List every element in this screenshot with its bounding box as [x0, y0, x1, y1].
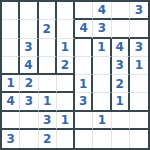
cell-r3c8[interactable]: 3	[130, 39, 148, 57]
cell-r7c5[interactable]	[75, 112, 93, 130]
given-digit: 4	[115, 41, 123, 53]
cell-r5c6[interactable]	[93, 75, 111, 93]
cell-r3c3[interactable]	[39, 39, 57, 57]
cell-r7c2[interactable]	[20, 112, 38, 130]
given-digit: 1	[61, 41, 69, 53]
cell-r8c8[interactable]	[130, 130, 148, 148]
cell-r2c1[interactable]	[2, 20, 20, 38]
given-digit: 1	[135, 59, 143, 71]
given-digit: 4	[6, 95, 14, 107]
cell-r4c7[interactable]: 3	[112, 57, 130, 75]
cell-r2c5[interactable]: 4	[75, 20, 93, 38]
cell-r1c8[interactable]: 3	[130, 2, 148, 20]
cell-r3c7[interactable]: 4	[112, 39, 130, 57]
cell-r6c3[interactable]: 1	[39, 93, 57, 111]
cell-r5c8[interactable]	[130, 75, 148, 93]
cell-r1c1[interactable]	[2, 2, 20, 20]
cell-r6c1[interactable]: 4	[2, 93, 20, 111]
cell-r7c4[interactable]: 1	[57, 112, 75, 130]
cell-r1c2[interactable]	[20, 2, 38, 20]
cell-r7c8[interactable]	[130, 112, 148, 130]
given-digit: 1	[6, 77, 14, 89]
given-digit: 1	[115, 95, 123, 107]
given-digit: 3	[98, 22, 106, 34]
cell-r1c7[interactable]	[112, 2, 130, 20]
given-digit: 3	[25, 95, 33, 107]
given-digit: 1	[79, 78, 87, 90]
cell-r8c1[interactable]: 3	[2, 130, 20, 148]
cell-r2c2[interactable]	[20, 20, 38, 38]
given-digit: 2	[43, 133, 51, 145]
cell-r7c3[interactable]: 3	[39, 112, 57, 130]
given-digit: 3	[135, 4, 143, 16]
cell-r3c5[interactable]	[75, 39, 93, 57]
cell-r6c2[interactable]: 3	[20, 93, 38, 111]
puzzle-board: 4324331143423112124313131132	[0, 0, 150, 150]
given-digit: 4	[79, 22, 87, 34]
given-digit: 1	[97, 41, 105, 53]
cell-r1c5[interactable]	[75, 2, 93, 20]
cell-r8c5[interactable]	[75, 130, 93, 148]
cell-r5c4[interactable]	[57, 75, 75, 93]
cell-r3c6[interactable]: 1	[93, 39, 111, 57]
cell-r4c5[interactable]	[75, 57, 93, 75]
cell-r5c1[interactable]: 1	[2, 75, 20, 93]
cell-r2c3[interactable]: 2	[39, 20, 57, 38]
cell-r1c3[interactable]	[39, 2, 57, 20]
cell-r6c5[interactable]: 3	[75, 93, 93, 111]
cell-r8c7[interactable]	[112, 130, 130, 148]
cell-r4c1[interactable]	[2, 57, 20, 75]
given-digit: 4	[98, 4, 106, 16]
cell-r4c6[interactable]	[93, 57, 111, 75]
cell-r8c6[interactable]	[93, 130, 111, 148]
cell-r8c4[interactable]	[57, 130, 75, 148]
cell-r6c4[interactable]	[57, 93, 75, 111]
cell-r5c5[interactable]: 1	[75, 75, 93, 93]
cell-r5c2[interactable]: 2	[20, 75, 38, 93]
given-digit: 3	[6, 133, 14, 145]
cell-r7c6[interactable]: 1	[93, 112, 111, 130]
cell-r2c6[interactable]: 3	[93, 20, 111, 38]
given-digit: 3	[43, 114, 51, 126]
given-digit: 3	[135, 41, 143, 53]
cell-r6c6[interactable]	[93, 93, 111, 111]
given-digit: 4	[24, 59, 32, 71]
cell-r4c3[interactable]	[39, 57, 57, 75]
cell-r4c4[interactable]: 2	[57, 57, 75, 75]
cell-r7c1[interactable]	[2, 112, 20, 130]
cell-r7c7[interactable]	[112, 112, 130, 130]
cell-r1c6[interactable]: 4	[93, 2, 111, 20]
cell-r4c2[interactable]: 4	[20, 57, 38, 75]
given-digit: 3	[24, 41, 32, 53]
given-digit: 3	[115, 59, 123, 71]
cell-r5c3[interactable]	[39, 75, 57, 93]
given-digit: 2	[61, 59, 69, 71]
cell-r6c8[interactable]	[130, 93, 148, 111]
cell-r1c4[interactable]	[57, 2, 75, 20]
given-digit: 2	[42, 23, 50, 35]
cell-r8c2[interactable]	[20, 130, 38, 148]
given-digit: 1	[43, 95, 51, 107]
cell-r2c7[interactable]	[112, 20, 130, 38]
cell-r3c2[interactable]: 3	[20, 39, 38, 57]
given-digit: 2	[115, 78, 123, 90]
given-digit: 3	[79, 95, 87, 107]
cell-r4c8[interactable]: 1	[130, 57, 148, 75]
cell-r3c1[interactable]	[2, 39, 20, 57]
cell-r2c4[interactable]	[57, 20, 75, 38]
given-digit: 2	[25, 77, 33, 89]
cell-r3c4[interactable]: 1	[57, 39, 75, 57]
cell-r8c3[interactable]: 2	[39, 130, 57, 148]
given-digit: 1	[61, 114, 69, 126]
cell-r2c8[interactable]	[130, 20, 148, 38]
given-digit: 1	[98, 114, 106, 126]
cell-r6c7[interactable]: 1	[112, 93, 130, 111]
cell-r5c7[interactable]: 2	[112, 75, 130, 93]
